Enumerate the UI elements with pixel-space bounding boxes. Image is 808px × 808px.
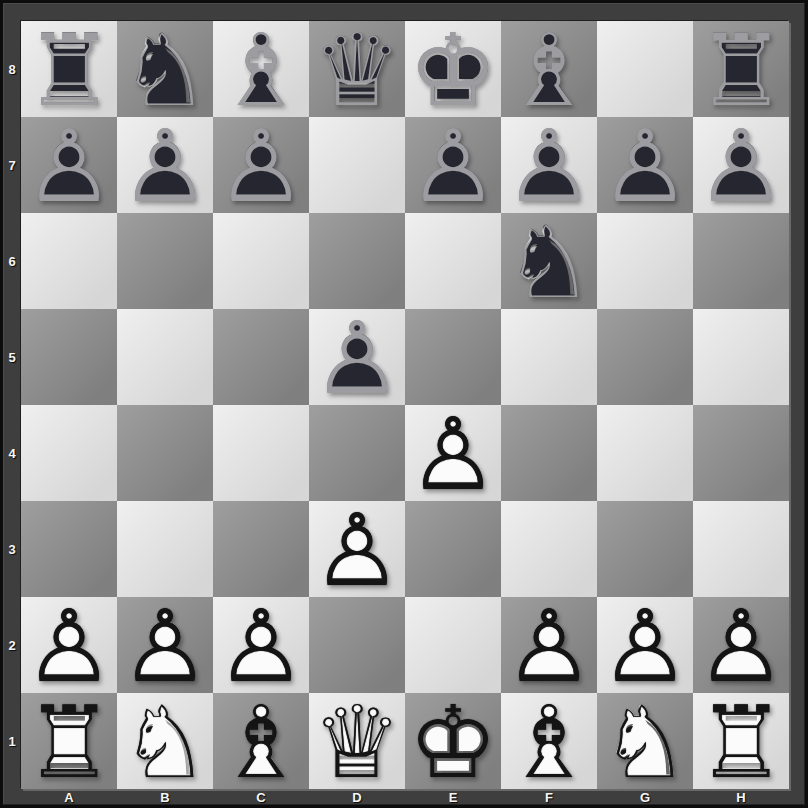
piece-outline-glyph: ♗ [501,695,597,791]
piece-outline-glyph: ♔ [405,23,501,119]
piece-white-knight[interactable]: ♞♘ [117,693,213,789]
piece-outline-glyph: ♙ [405,119,501,215]
square-e4[interactable]: ♟♙ [405,405,501,501]
rank-label-7: 7 [3,117,21,213]
piece-white-pawn[interactable]: ♟♙ [21,597,117,693]
piece-outline-glyph: ♘ [597,695,693,791]
piece-white-pawn[interactable]: ♟♙ [309,501,405,597]
piece-outline-glyph: ♕ [309,695,405,791]
piece-black-rook[interactable]: ♜♖ [21,21,117,117]
file-label-b: B [117,790,213,805]
piece-white-pawn[interactable]: ♟♙ [213,597,309,693]
square-b3[interactable] [117,501,213,597]
piece-outline-glyph: ♙ [501,119,597,215]
piece-black-pawn[interactable]: ♟♙ [213,117,309,213]
square-d1[interactable]: ♛♕ [309,693,405,789]
square-a1[interactable]: ♜♖ [21,693,117,789]
square-h5[interactable] [693,309,789,405]
file-labels: ABCDEFGH [21,789,789,805]
square-e8[interactable]: ♚♔ [405,21,501,117]
square-f2[interactable]: ♟♙ [501,597,597,693]
piece-white-pawn[interactable]: ♟♙ [405,405,501,501]
rank-labels: 87654321 [3,21,21,789]
piece-outline-glyph: ♙ [597,599,693,695]
square-f5[interactable] [501,309,597,405]
square-h8[interactable]: ♜♖ [693,21,789,117]
square-c2[interactable]: ♟♙ [213,597,309,693]
piece-outline-glyph: ♙ [117,119,213,215]
piece-outline-glyph: ♗ [213,695,309,791]
square-g6[interactable] [597,213,693,309]
square-g2[interactable]: ♟♙ [597,597,693,693]
piece-white-bishop[interactable]: ♝♗ [213,693,309,789]
piece-outline-glyph: ♙ [693,599,789,695]
square-h1[interactable]: ♜♖ [693,693,789,789]
square-e5[interactable] [405,309,501,405]
piece-outline-glyph: ♘ [117,695,213,791]
square-h4[interactable] [693,405,789,501]
square-c5[interactable] [213,309,309,405]
rank-label-4: 4 [3,405,21,501]
square-h7[interactable]: ♟♙ [693,117,789,213]
rank-label-3: 3 [3,501,21,597]
piece-outline-glyph: ♘ [501,215,597,311]
file-label-e: E [405,790,501,805]
file-label-h: H [693,790,789,805]
square-g4[interactable] [597,405,693,501]
square-a5[interactable] [21,309,117,405]
piece-outline-glyph: ♔ [405,695,501,791]
chessboard: ♜♖♞♘♝♗♛♕♚♔♝♗♜♖♟♙♟♙♟♙♟♙♟♙♟♙♟♙♞♘♟♙♟♙♟♙♟♙♟♙… [21,21,789,789]
piece-black-knight[interactable]: ♞♘ [117,21,213,117]
piece-black-pawn[interactable]: ♟♙ [21,117,117,213]
square-b7[interactable]: ♟♙ [117,117,213,213]
square-h2[interactable]: ♟♙ [693,597,789,693]
square-h6[interactable] [693,213,789,309]
square-b5[interactable] [117,309,213,405]
square-d8[interactable]: ♛♕ [309,21,405,117]
square-c7[interactable]: ♟♙ [213,117,309,213]
square-f4[interactable] [501,405,597,501]
rank-label-5: 5 [3,309,21,405]
square-h3[interactable] [693,501,789,597]
square-c6[interactable] [213,213,309,309]
piece-outline-glyph: ♙ [117,599,213,695]
square-a8[interactable]: ♜♖ [21,21,117,117]
square-a4[interactable] [21,405,117,501]
piece-white-king[interactable]: ♚♔ [405,693,501,789]
piece-black-pawn[interactable]: ♟♙ [597,117,693,213]
piece-white-pawn[interactable]: ♟♙ [693,597,789,693]
piece-outline-glyph: ♖ [21,695,117,791]
square-b8[interactable]: ♞♘ [117,21,213,117]
rank-label-6: 6 [3,213,21,309]
piece-outline-glyph: ♙ [597,119,693,215]
square-g8[interactable] [597,21,693,117]
square-d4[interactable] [309,405,405,501]
piece-outline-glyph: ♕ [309,23,405,119]
rank-label-1: 1 [3,693,21,789]
square-f7[interactable]: ♟♙ [501,117,597,213]
square-e1[interactable]: ♚♔ [405,693,501,789]
square-e7[interactable]: ♟♙ [405,117,501,213]
square-e3[interactable] [405,501,501,597]
file-label-g: G [597,790,693,805]
rank-label-2: 2 [3,597,21,693]
piece-outline-glyph: ♙ [501,599,597,695]
square-c3[interactable] [213,501,309,597]
piece-outline-glyph: ♙ [21,599,117,695]
rank-label-8: 8 [3,21,21,117]
file-label-a: A [21,790,117,805]
piece-white-queen[interactable]: ♛♕ [309,693,405,789]
piece-black-pawn[interactable]: ♟♙ [117,117,213,213]
piece-outline-glyph: ♙ [309,503,405,599]
file-label-f: F [501,790,597,805]
square-b2[interactable]: ♟♙ [117,597,213,693]
piece-black-queen[interactable]: ♛♕ [309,21,405,117]
piece-white-rook[interactable]: ♜♖ [21,693,117,789]
square-d5[interactable]: ♟♙ [309,309,405,405]
piece-outline-glyph: ♗ [213,23,309,119]
square-f3[interactable] [501,501,597,597]
piece-outline-glyph: ♙ [213,119,309,215]
piece-outline-glyph: ♙ [21,119,117,215]
square-c1[interactable]: ♝♗ [213,693,309,789]
piece-black-pawn[interactable]: ♟♙ [309,309,405,405]
square-f6[interactable]: ♞♘ [501,213,597,309]
piece-outline-glyph: ♙ [309,311,405,407]
square-d2[interactable] [309,597,405,693]
square-g1[interactable]: ♞♘ [597,693,693,789]
piece-outline-glyph: ♖ [21,23,117,119]
square-b1[interactable]: ♞♘ [117,693,213,789]
piece-outline-glyph: ♗ [501,23,597,119]
piece-outline-glyph: ♙ [693,119,789,215]
square-f1[interactable]: ♝♗ [501,693,597,789]
piece-white-bishop[interactable]: ♝♗ [501,693,597,789]
square-d6[interactable] [309,213,405,309]
piece-black-knight[interactable]: ♞♘ [501,213,597,309]
piece-outline-glyph: ♖ [693,695,789,791]
square-b6[interactable] [117,213,213,309]
piece-white-rook[interactable]: ♜♖ [693,693,789,789]
piece-white-pawn[interactable]: ♟♙ [597,597,693,693]
piece-black-king[interactable]: ♚♔ [405,21,501,117]
piece-black-pawn[interactable]: ♟♙ [405,117,501,213]
square-a2[interactable]: ♟♙ [21,597,117,693]
square-d3[interactable]: ♟♙ [309,501,405,597]
piece-black-bishop[interactable]: ♝♗ [501,21,597,117]
square-f8[interactable]: ♝♗ [501,21,597,117]
square-c4[interactable] [213,405,309,501]
square-g3[interactable] [597,501,693,597]
square-a6[interactable] [21,213,117,309]
piece-outline-glyph: ♖ [693,23,789,119]
square-b4[interactable] [117,405,213,501]
piece-outline-glyph: ♙ [213,599,309,695]
square-c8[interactable]: ♝♗ [213,21,309,117]
file-label-d: D [309,790,405,805]
square-g7[interactable]: ♟♙ [597,117,693,213]
square-a7[interactable]: ♟♙ [21,117,117,213]
piece-white-pawn[interactable]: ♟♙ [117,597,213,693]
piece-outline-glyph: ♙ [405,407,501,503]
piece-black-pawn[interactable]: ♟♙ [501,117,597,213]
square-e6[interactable] [405,213,501,309]
piece-outline-glyph: ♘ [117,23,213,119]
piece-black-rook[interactable]: ♜♖ [693,21,789,117]
file-label-c: C [213,790,309,805]
piece-black-pawn[interactable]: ♟♙ [693,117,789,213]
square-d7[interactable] [309,117,405,213]
square-g5[interactable] [597,309,693,405]
chessboard-frame: 87654321 ♜♖♞♘♝♗♛♕♚♔♝♗♜♖♟♙♟♙♟♙♟♙♟♙♟♙♟♙♞♘♟… [0,0,808,808]
piece-white-pawn[interactable]: ♟♙ [501,597,597,693]
square-a3[interactable] [21,501,117,597]
piece-white-knight[interactable]: ♞♘ [597,693,693,789]
square-e2[interactable] [405,597,501,693]
piece-black-bishop[interactable]: ♝♗ [213,21,309,117]
